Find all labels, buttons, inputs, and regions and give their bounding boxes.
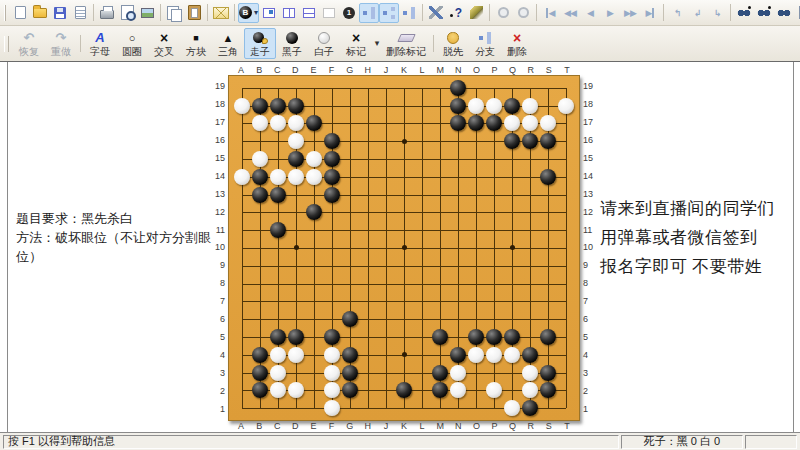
intersection-O8[interactable] bbox=[467, 275, 485, 293]
intersection-H16[interactable] bbox=[359, 132, 377, 150]
branch-button[interactable]: 分支 bbox=[469, 28, 501, 59]
intersection-J4[interactable] bbox=[377, 346, 395, 364]
intersection-K7[interactable] bbox=[395, 292, 413, 310]
branch-up-button[interactable]: ↰ bbox=[667, 3, 687, 23]
intersection-M5[interactable] bbox=[431, 328, 449, 346]
intersection-N7[interactable] bbox=[449, 292, 467, 310]
variation-tree-button[interactable] bbox=[399, 3, 419, 23]
intersection-T3[interactable] bbox=[557, 364, 575, 382]
intersection-P12[interactable] bbox=[485, 204, 503, 222]
intersection-R3[interactable] bbox=[521, 364, 539, 382]
cross-mark-button[interactable]: ×交叉 bbox=[148, 28, 180, 59]
intersection-E4[interactable] bbox=[305, 346, 323, 364]
intersection-C3[interactable] bbox=[269, 364, 287, 382]
intersection-N11[interactable] bbox=[449, 221, 467, 239]
intersection-A10[interactable] bbox=[233, 239, 251, 257]
intersection-O15[interactable] bbox=[467, 150, 485, 168]
intersection-J8[interactable] bbox=[377, 275, 395, 293]
intersection-N18[interactable] bbox=[449, 97, 467, 115]
intersection-Q11[interactable] bbox=[503, 221, 521, 239]
intersection-B14[interactable] bbox=[251, 168, 269, 186]
intersection-M10[interactable] bbox=[431, 239, 449, 257]
intersection-H4[interactable] bbox=[359, 346, 377, 364]
intersection-H13[interactable] bbox=[359, 186, 377, 204]
intersection-T9[interactable] bbox=[557, 257, 575, 275]
print-button[interactable] bbox=[97, 3, 117, 23]
intersection-E1[interactable] bbox=[305, 399, 323, 417]
intersection-D5[interactable] bbox=[287, 328, 305, 346]
intersection-Q6[interactable] bbox=[503, 310, 521, 328]
intersection-M17[interactable] bbox=[431, 115, 449, 133]
open-file-button[interactable] bbox=[30, 3, 50, 23]
intersection-M12[interactable] bbox=[431, 204, 449, 222]
intersection-J11[interactable] bbox=[377, 221, 395, 239]
intersection-D8[interactable] bbox=[287, 275, 305, 293]
intersection-A1[interactable] bbox=[233, 399, 251, 417]
intersection-M13[interactable] bbox=[431, 186, 449, 204]
toolbar-grip[interactable] bbox=[4, 36, 9, 52]
intersection-B13[interactable] bbox=[251, 186, 269, 204]
intersection-P15[interactable] bbox=[485, 150, 503, 168]
intersection-P10[interactable] bbox=[485, 239, 503, 257]
intersection-T7[interactable] bbox=[557, 292, 575, 310]
intersection-B3[interactable] bbox=[251, 364, 269, 382]
intersection-J5[interactable] bbox=[377, 328, 395, 346]
intersection-M11[interactable] bbox=[431, 221, 449, 239]
tools-button[interactable] bbox=[426, 3, 446, 23]
intersection-C1[interactable] bbox=[269, 399, 287, 417]
intersection-K5[interactable] bbox=[395, 328, 413, 346]
intersection-G8[interactable] bbox=[341, 275, 359, 293]
intersection-M6[interactable] bbox=[431, 310, 449, 328]
intersection-J14[interactable] bbox=[377, 168, 395, 186]
intersection-Q14[interactable] bbox=[503, 168, 521, 186]
intersection-L1[interactable] bbox=[413, 399, 431, 417]
intersection-S2[interactable] bbox=[539, 381, 557, 399]
intersection-F16[interactable] bbox=[323, 132, 341, 150]
find-next-button[interactable] bbox=[774, 3, 794, 23]
intersection-G7[interactable] bbox=[341, 292, 359, 310]
intersection-Q8[interactable] bbox=[503, 275, 521, 293]
intersection-E5[interactable] bbox=[305, 328, 323, 346]
intersection-P3[interactable] bbox=[485, 364, 503, 382]
intersection-Q10[interactable] bbox=[503, 239, 521, 257]
intersection-E10[interactable] bbox=[305, 239, 323, 257]
intersection-C2[interactable] bbox=[269, 381, 287, 399]
intersection-N4[interactable] bbox=[449, 346, 467, 364]
redo-button[interactable]: ↷重做 bbox=[45, 28, 77, 59]
intersection-Q3[interactable] bbox=[503, 364, 521, 382]
intersection-M3[interactable] bbox=[431, 364, 449, 382]
intersection-A11[interactable] bbox=[233, 221, 251, 239]
intersection-S3[interactable] bbox=[539, 364, 557, 382]
find-comment-button[interactable] bbox=[754, 3, 774, 23]
intersection-R18[interactable] bbox=[521, 97, 539, 115]
intersection-F14[interactable] bbox=[323, 168, 341, 186]
intersection-A18[interactable] bbox=[233, 97, 251, 115]
intersection-L5[interactable] bbox=[413, 328, 431, 346]
nav-first-button[interactable]: ◀ bbox=[540, 3, 560, 23]
intersection-F6[interactable] bbox=[323, 310, 341, 328]
stone-display-mode-button[interactable]: B▾ bbox=[238, 3, 259, 23]
intersection-T5[interactable] bbox=[557, 328, 575, 346]
intersection-F19[interactable] bbox=[323, 79, 341, 97]
intersection-O4[interactable] bbox=[467, 346, 485, 364]
intersection-P18[interactable] bbox=[485, 97, 503, 115]
intersection-B15[interactable] bbox=[251, 150, 269, 168]
intersection-D13[interactable] bbox=[287, 186, 305, 204]
intersection-O11[interactable] bbox=[467, 221, 485, 239]
clean-board-button[interactable] bbox=[466, 3, 486, 23]
intersection-G1[interactable] bbox=[341, 399, 359, 417]
intersection-Q16[interactable] bbox=[503, 132, 521, 150]
intersection-D9[interactable] bbox=[287, 257, 305, 275]
intersection-K17[interactable] bbox=[395, 115, 413, 133]
intersection-N12[interactable] bbox=[449, 204, 467, 222]
intersection-O7[interactable] bbox=[467, 292, 485, 310]
intersection-H1[interactable] bbox=[359, 399, 377, 417]
intersection-A16[interactable] bbox=[233, 132, 251, 150]
intersection-L8[interactable] bbox=[413, 275, 431, 293]
intersection-A14[interactable] bbox=[233, 168, 251, 186]
intersection-R9[interactable] bbox=[521, 257, 539, 275]
intersection-B17[interactable] bbox=[251, 115, 269, 133]
intersection-N17[interactable] bbox=[449, 115, 467, 133]
intersection-C17[interactable] bbox=[269, 115, 287, 133]
intersection-J15[interactable] bbox=[377, 150, 395, 168]
intersection-L3[interactable] bbox=[413, 364, 431, 382]
intersection-L2[interactable] bbox=[413, 381, 431, 399]
intersection-C19[interactable] bbox=[269, 79, 287, 97]
intersection-C16[interactable] bbox=[269, 132, 287, 150]
intersection-N6[interactable] bbox=[449, 310, 467, 328]
tree-view-button[interactable] bbox=[359, 3, 379, 23]
file-properties-button[interactable] bbox=[70, 3, 90, 23]
intersection-N3[interactable] bbox=[449, 364, 467, 382]
single-pane-button[interactable] bbox=[319, 3, 339, 23]
intersection-L15[interactable] bbox=[413, 150, 431, 168]
intersection-S1[interactable] bbox=[539, 399, 557, 417]
intersection-J1[interactable] bbox=[377, 399, 395, 417]
intersection-D2[interactable] bbox=[287, 381, 305, 399]
intersection-R16[interactable] bbox=[521, 132, 539, 150]
intersection-T11[interactable] bbox=[557, 221, 575, 239]
toolbar-grip[interactable] bbox=[4, 5, 6, 21]
intersection-A5[interactable] bbox=[233, 328, 251, 346]
intersection-R4[interactable] bbox=[521, 346, 539, 364]
intersection-J2[interactable] bbox=[377, 381, 395, 399]
context-help-button[interactable]: ? bbox=[446, 3, 466, 23]
intersection-Q9[interactable] bbox=[503, 257, 521, 275]
intersection-C8[interactable] bbox=[269, 275, 287, 293]
intersection-G6[interactable] bbox=[341, 310, 359, 328]
intersection-E8[interactable] bbox=[305, 275, 323, 293]
intersection-C5[interactable] bbox=[269, 328, 287, 346]
intersection-E12[interactable] bbox=[305, 204, 323, 222]
nav-forward-button[interactable]: ▶ bbox=[600, 3, 620, 23]
intersection-F7[interactable] bbox=[323, 292, 341, 310]
intersection-M18[interactable] bbox=[431, 97, 449, 115]
intersection-R8[interactable] bbox=[521, 275, 539, 293]
intersection-J19[interactable] bbox=[377, 79, 395, 97]
intersection-T17[interactable] bbox=[557, 115, 575, 133]
intersection-D6[interactable] bbox=[287, 310, 305, 328]
intersection-A7[interactable] bbox=[233, 292, 251, 310]
intersection-O14[interactable] bbox=[467, 168, 485, 186]
intersection-A15[interactable] bbox=[233, 150, 251, 168]
intersection-C9[interactable] bbox=[269, 257, 287, 275]
intersection-S7[interactable] bbox=[539, 292, 557, 310]
intersection-D3[interactable] bbox=[287, 364, 305, 382]
intersection-E2[interactable] bbox=[305, 381, 323, 399]
intersection-C18[interactable] bbox=[269, 97, 287, 115]
intersection-L4[interactable] bbox=[413, 346, 431, 364]
intersection-G17[interactable] bbox=[341, 115, 359, 133]
rotate-right-button[interactable] bbox=[513, 3, 533, 23]
intersection-T4[interactable] bbox=[557, 346, 575, 364]
intersection-E18[interactable] bbox=[305, 97, 323, 115]
intersection-K19[interactable] bbox=[395, 79, 413, 97]
intersection-B4[interactable] bbox=[251, 346, 269, 364]
intersection-J3[interactable] bbox=[377, 364, 395, 382]
intersection-N19[interactable] bbox=[449, 79, 467, 97]
intersection-R13[interactable] bbox=[521, 186, 539, 204]
intersection-A6[interactable] bbox=[233, 310, 251, 328]
intersection-H19[interactable] bbox=[359, 79, 377, 97]
intersection-A12[interactable] bbox=[233, 204, 251, 222]
branch-panel-button[interactable] bbox=[379, 3, 399, 23]
intersection-L14[interactable] bbox=[413, 168, 431, 186]
intersection-C10[interactable] bbox=[269, 239, 287, 257]
intersection-N16[interactable] bbox=[449, 132, 467, 150]
intersection-F17[interactable] bbox=[323, 115, 341, 133]
intersection-C6[interactable] bbox=[269, 310, 287, 328]
intersection-T12[interactable] bbox=[557, 204, 575, 222]
intersection-L10[interactable] bbox=[413, 239, 431, 257]
intersection-G9[interactable] bbox=[341, 257, 359, 275]
intersection-H12[interactable] bbox=[359, 204, 377, 222]
intersection-F15[interactable] bbox=[323, 150, 341, 168]
find-button[interactable] bbox=[734, 3, 754, 23]
intersection-F10[interactable] bbox=[323, 239, 341, 257]
triangle-mark-button[interactable]: ▲三角 bbox=[212, 28, 244, 59]
intersection-O3[interactable] bbox=[467, 364, 485, 382]
intersection-B2[interactable] bbox=[251, 381, 269, 399]
intersection-T8[interactable] bbox=[557, 275, 575, 293]
intersection-S16[interactable] bbox=[539, 132, 557, 150]
intersection-G3[interactable] bbox=[341, 364, 359, 382]
intersection-T10[interactable] bbox=[557, 239, 575, 257]
nav-back-button[interactable]: ◀ bbox=[580, 3, 600, 23]
intersection-S9[interactable] bbox=[539, 257, 557, 275]
intersection-Q17[interactable] bbox=[503, 115, 521, 133]
intersection-B6[interactable] bbox=[251, 310, 269, 328]
intersection-D14[interactable] bbox=[287, 168, 305, 186]
intersection-B7[interactable] bbox=[251, 292, 269, 310]
intersection-D11[interactable] bbox=[287, 221, 305, 239]
intersection-Q4[interactable] bbox=[503, 346, 521, 364]
intersection-B1[interactable] bbox=[251, 399, 269, 417]
intersection-H11[interactable] bbox=[359, 221, 377, 239]
copy-button[interactable] bbox=[164, 3, 184, 23]
intersection-R14[interactable] bbox=[521, 168, 539, 186]
intersection-G4[interactable] bbox=[341, 346, 359, 364]
delete-marks-button[interactable]: 删除标记 bbox=[382, 28, 430, 59]
intersection-Q13[interactable] bbox=[503, 186, 521, 204]
intersection-J17[interactable] bbox=[377, 115, 395, 133]
intersection-P9[interactable] bbox=[485, 257, 503, 275]
intersection-F2[interactable] bbox=[323, 381, 341, 399]
nav-last-button[interactable]: ▶ bbox=[640, 3, 660, 23]
intersection-R1[interactable] bbox=[521, 399, 539, 417]
intersection-T18[interactable] bbox=[557, 97, 575, 115]
intersection-N2[interactable] bbox=[449, 381, 467, 399]
intersection-S17[interactable] bbox=[539, 115, 557, 133]
intersection-L13[interactable] bbox=[413, 186, 431, 204]
intersection-F1[interactable] bbox=[323, 399, 341, 417]
intersection-R5[interactable] bbox=[521, 328, 539, 346]
white-stone-button[interactable]: 白子 bbox=[308, 28, 340, 59]
intersection-D12[interactable] bbox=[287, 204, 305, 222]
intersection-Q12[interactable] bbox=[503, 204, 521, 222]
branch-prev-button[interactable]: ↲ bbox=[687, 3, 707, 23]
intersection-N14[interactable] bbox=[449, 168, 467, 186]
intersection-S14[interactable] bbox=[539, 168, 557, 186]
intersection-O18[interactable] bbox=[467, 97, 485, 115]
intersection-T2[interactable] bbox=[557, 381, 575, 399]
intersection-O12[interactable] bbox=[467, 204, 485, 222]
goto-prev-marker-button[interactable] bbox=[794, 3, 800, 23]
intersection-D1[interactable] bbox=[287, 399, 305, 417]
intersection-M7[interactable] bbox=[431, 292, 449, 310]
intersection-G12[interactable] bbox=[341, 204, 359, 222]
intersection-F9[interactable] bbox=[323, 257, 341, 275]
intersection-S11[interactable] bbox=[539, 221, 557, 239]
intersection-J9[interactable] bbox=[377, 257, 395, 275]
intersection-E17[interactable] bbox=[305, 115, 323, 133]
intersection-N10[interactable] bbox=[449, 239, 467, 257]
intersection-F4[interactable] bbox=[323, 346, 341, 364]
intersection-C14[interactable] bbox=[269, 168, 287, 186]
intersection-F11[interactable] bbox=[323, 221, 341, 239]
mark-button[interactable]: ×标记 bbox=[340, 28, 372, 59]
intersection-B12[interactable] bbox=[251, 204, 269, 222]
intersection-B18[interactable] bbox=[251, 97, 269, 115]
intersection-R12[interactable] bbox=[521, 204, 539, 222]
new-document-button[interactable] bbox=[10, 3, 30, 23]
intersection-Q19[interactable] bbox=[503, 79, 521, 97]
intersection-G10[interactable] bbox=[341, 239, 359, 257]
branch-next-button[interactable]: ↳ bbox=[707, 3, 727, 23]
intersection-E9[interactable] bbox=[305, 257, 323, 275]
intersection-C13[interactable] bbox=[269, 186, 287, 204]
intersection-O19[interactable] bbox=[467, 79, 485, 97]
intersection-A8[interactable] bbox=[233, 275, 251, 293]
intersection-F12[interactable] bbox=[323, 204, 341, 222]
intersection-K18[interactable] bbox=[395, 97, 413, 115]
intersection-M9[interactable] bbox=[431, 257, 449, 275]
circle-mark-button[interactable]: ○圆圈 bbox=[116, 28, 148, 59]
intersection-E13[interactable] bbox=[305, 186, 323, 204]
intersection-O16[interactable] bbox=[467, 132, 485, 150]
intersection-P19[interactable] bbox=[485, 79, 503, 97]
intersection-B19[interactable] bbox=[251, 79, 269, 97]
intersection-K14[interactable] bbox=[395, 168, 413, 186]
intersection-J7[interactable] bbox=[377, 292, 395, 310]
intersection-R10[interactable] bbox=[521, 239, 539, 257]
send-button[interactable] bbox=[211, 3, 231, 23]
intersection-H2[interactable] bbox=[359, 381, 377, 399]
intersection-K13[interactable] bbox=[395, 186, 413, 204]
intersection-D4[interactable] bbox=[287, 346, 305, 364]
intersection-K1[interactable] bbox=[395, 399, 413, 417]
intersection-L11[interactable] bbox=[413, 221, 431, 239]
intersection-J16[interactable] bbox=[377, 132, 395, 150]
intersection-J6[interactable] bbox=[377, 310, 395, 328]
intersection-T1[interactable] bbox=[557, 399, 575, 417]
intersection-T15[interactable] bbox=[557, 150, 575, 168]
intersection-G11[interactable] bbox=[341, 221, 359, 239]
intersection-A2[interactable] bbox=[233, 381, 251, 399]
intersection-N15[interactable] bbox=[449, 150, 467, 168]
intersection-O5[interactable] bbox=[467, 328, 485, 346]
intersection-H18[interactable] bbox=[359, 97, 377, 115]
pass-button[interactable]: 脱先 bbox=[437, 28, 469, 59]
intersection-O2[interactable] bbox=[467, 381, 485, 399]
intersection-T6[interactable] bbox=[557, 310, 575, 328]
save-button[interactable] bbox=[50, 3, 70, 23]
intersection-R15[interactable] bbox=[521, 150, 539, 168]
intersection-H14[interactable] bbox=[359, 168, 377, 186]
intersection-R19[interactable] bbox=[521, 79, 539, 97]
intersection-D18[interactable] bbox=[287, 97, 305, 115]
intersection-L19[interactable] bbox=[413, 79, 431, 97]
intersection-G14[interactable] bbox=[341, 168, 359, 186]
intersection-B9[interactable] bbox=[251, 257, 269, 275]
intersection-L12[interactable] bbox=[413, 204, 431, 222]
intersection-L7[interactable] bbox=[413, 292, 431, 310]
intersection-J10[interactable] bbox=[377, 239, 395, 257]
intersection-J18[interactable] bbox=[377, 97, 395, 115]
intersection-O13[interactable] bbox=[467, 186, 485, 204]
intersection-K16[interactable] bbox=[395, 132, 413, 150]
intersection-S6[interactable] bbox=[539, 310, 557, 328]
intersection-B10[interactable] bbox=[251, 239, 269, 257]
mark-dropdown-button[interactable]: ▾ bbox=[372, 28, 382, 59]
undo-button[interactable]: ↶恢复 bbox=[13, 28, 45, 59]
intersection-G2[interactable] bbox=[341, 381, 359, 399]
intersection-M4[interactable] bbox=[431, 346, 449, 364]
intersection-C7[interactable] bbox=[269, 292, 287, 310]
intersection-P6[interactable] bbox=[485, 310, 503, 328]
intersection-Q2[interactable] bbox=[503, 381, 521, 399]
intersection-O9[interactable] bbox=[467, 257, 485, 275]
intersection-K8[interactable] bbox=[395, 275, 413, 293]
intersection-P17[interactable] bbox=[485, 115, 503, 133]
intersection-F5[interactable] bbox=[323, 328, 341, 346]
intersection-M2[interactable] bbox=[431, 381, 449, 399]
intersection-S4[interactable] bbox=[539, 346, 557, 364]
intersection-Q7[interactable] bbox=[503, 292, 521, 310]
letter-mark-button[interactable]: A字母 bbox=[84, 28, 116, 59]
intersection-A17[interactable] bbox=[233, 115, 251, 133]
intersection-P8[interactable] bbox=[485, 275, 503, 293]
intersection-P2[interactable] bbox=[485, 381, 503, 399]
intersection-A19[interactable] bbox=[233, 79, 251, 97]
intersection-M16[interactable] bbox=[431, 132, 449, 150]
intersection-Q1[interactable] bbox=[503, 399, 521, 417]
move-number-button[interactable]: 1 bbox=[339, 3, 359, 23]
